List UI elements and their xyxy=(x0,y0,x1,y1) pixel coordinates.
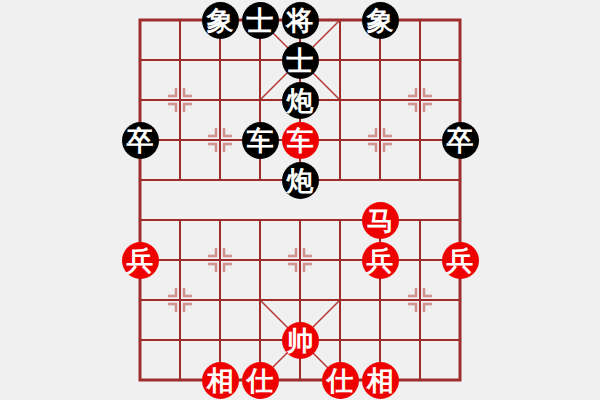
piece-red-general-e8[interactable]: 帅 xyxy=(282,322,319,359)
board-point-d0: 士 xyxy=(240,0,280,40)
piece-red-horse-g5[interactable]: 马 xyxy=(362,202,399,239)
piece-red-advisor-f9[interactable]: 仕 xyxy=(322,362,359,399)
piece-black-advisor-e1[interactable]: 士 xyxy=(282,42,319,79)
board-point-a3: 卒 xyxy=(120,120,160,160)
board-point-g5: 马 xyxy=(360,200,400,240)
piece-black-soldier-a3[interactable]: 卒 xyxy=(122,122,159,159)
piece-red-chariot-e3[interactable]: 车 xyxy=(282,122,319,159)
piece-red-soldier-a6[interactable]: 兵 xyxy=(122,242,159,279)
board-point-a6: 兵 xyxy=(120,240,160,280)
piece-black-elephant-c0[interactable]: 象 xyxy=(202,2,239,39)
board-point-e1: 士 xyxy=(280,40,320,80)
piece-red-soldier-i6[interactable]: 兵 xyxy=(442,242,479,279)
board-point-f9: 仕 xyxy=(320,360,360,400)
board-point-d9: 仕 xyxy=(240,360,280,400)
board-point-c0: 象 xyxy=(200,0,240,40)
piece-red-soldier-g6[interactable]: 兵 xyxy=(362,242,399,279)
board-point-i6: 兵 xyxy=(440,240,480,280)
piece-black-general-e0[interactable]: 将 xyxy=(282,2,319,39)
piece-black-cannon-e4[interactable]: 炮 xyxy=(282,162,319,199)
board-point-e2: 炮 xyxy=(280,80,320,120)
board-point-g9: 相 xyxy=(360,360,400,400)
board-point-g6: 兵 xyxy=(360,240,400,280)
board-point-e3: 车 xyxy=(280,120,320,160)
piece-red-advisor-d9[interactable]: 仕 xyxy=(242,362,279,399)
piece-black-advisor-d0[interactable]: 士 xyxy=(242,2,279,39)
board-point-g0: 象 xyxy=(360,0,400,40)
board-point-e0: 将 xyxy=(280,0,320,40)
piece-black-elephant-g0[interactable]: 象 xyxy=(362,2,399,39)
piece-black-chariot-d3[interactable]: 车 xyxy=(242,122,279,159)
piece-red-elephant-c9[interactable]: 相 xyxy=(202,362,239,399)
pieces-layer: 象士将象士炮卒车车卒炮马兵兵兵帅相仕仕相 xyxy=(120,0,480,400)
board-point-e8: 帅 xyxy=(280,320,320,360)
board-point-e4: 炮 xyxy=(280,160,320,200)
board-point-i3: 卒 xyxy=(440,120,480,160)
piece-red-elephant-g9[interactable]: 相 xyxy=(362,362,399,399)
xiangqi-app: 象士将象士炮卒车车卒炮马兵兵兵帅相仕仕相 xyxy=(0,0,600,400)
piece-black-cannon-e2[interactable]: 炮 xyxy=(282,82,319,119)
board-point-c9: 相 xyxy=(200,360,240,400)
board-point-d3: 车 xyxy=(240,120,280,160)
piece-black-soldier-i3[interactable]: 卒 xyxy=(442,122,479,159)
